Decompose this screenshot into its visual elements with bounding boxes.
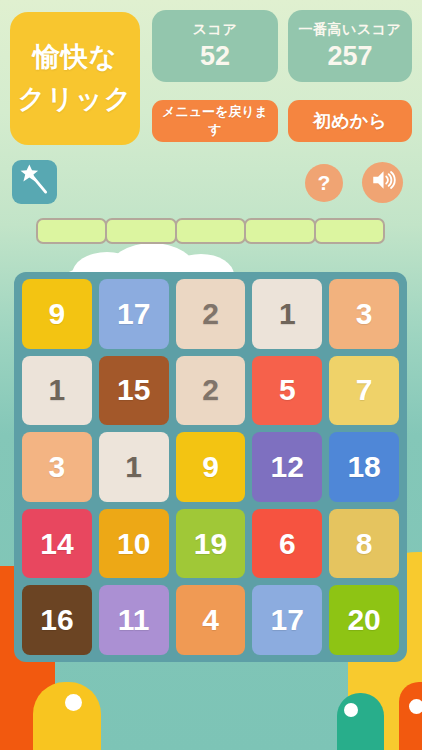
deco-dot (409, 699, 422, 714)
tile-r2c4[interactable]: 5 (252, 356, 322, 426)
app-title-line2: クリック (18, 79, 133, 121)
app-title-card: 愉快な クリック (10, 12, 140, 145)
tile-r5c4[interactable]: 17 (252, 585, 322, 655)
progress-segment-4 (244, 218, 315, 244)
tile-r1c5[interactable]: 3 (329, 279, 399, 349)
question-mark-icon: ? (318, 171, 331, 195)
tile-r5c5[interactable]: 20 (329, 585, 399, 655)
tile-r4c5[interactable]: 8 (329, 509, 399, 579)
game-screen: 愉快な クリック スコア 52 一番高いスコア 257 メニューを戻ります 初め… (0, 0, 422, 750)
app-title-line1: 愉快な (33, 37, 118, 79)
best-score-value: 257 (327, 41, 372, 72)
best-score-label: 一番高いスコア (299, 21, 402, 39)
sound-button[interactable] (362, 162, 403, 203)
help-button[interactable]: ? (305, 164, 343, 202)
deco-yellow-pillar-left (33, 682, 101, 750)
tile-r3c5[interactable]: 18 (329, 432, 399, 502)
progress-segment-2 (105, 218, 176, 244)
tile-r5c2[interactable]: 11 (99, 585, 169, 655)
tile-r5c1[interactable]: 16 (22, 585, 92, 655)
magic-wand-button[interactable] (12, 160, 57, 204)
game-board: 917213115257319121814101968161141720 (14, 272, 407, 662)
tile-r3c3[interactable]: 9 (176, 432, 246, 502)
tile-r4c4[interactable]: 6 (252, 509, 322, 579)
tile-r3c4[interactable]: 12 (252, 432, 322, 502)
tile-r2c3[interactable]: 2 (176, 356, 246, 426)
progress-segment-5 (314, 218, 385, 244)
tile-r1c2[interactable]: 17 (99, 279, 169, 349)
tile-r2c2[interactable]: 15 (99, 356, 169, 426)
score-value: 52 (200, 41, 230, 72)
tile-r4c2[interactable]: 10 (99, 509, 169, 579)
tile-r3c2[interactable]: 1 (99, 432, 169, 502)
tile-r2c5[interactable]: 7 (329, 356, 399, 426)
deco-dot (65, 694, 82, 711)
speaker-icon (370, 167, 396, 198)
tile-r1c4[interactable]: 1 (252, 279, 322, 349)
tile-r5c3[interactable]: 4 (176, 585, 246, 655)
restart-button[interactable]: 初めから (288, 100, 412, 142)
tile-r4c3[interactable]: 19 (176, 509, 246, 579)
tile-r4c1[interactable]: 14 (22, 509, 92, 579)
score-card: スコア 52 (152, 10, 278, 82)
tile-r1c1[interactable]: 9 (22, 279, 92, 349)
tile-r3c1[interactable]: 3 (22, 432, 92, 502)
deco-dot (344, 703, 358, 717)
magic-wand-icon (18, 163, 52, 201)
deco-green-pillar-right (337, 693, 384, 750)
best-score-card: 一番高いスコア 257 (288, 10, 412, 82)
tile-r2c1[interactable]: 1 (22, 356, 92, 426)
score-label: スコア (193, 21, 237, 39)
deco-orange-pillar-right (399, 682, 422, 750)
progress-bar (36, 218, 385, 244)
progress-segment-3 (175, 218, 246, 244)
menu-button[interactable]: メニューを戻ります (152, 100, 278, 142)
progress-segment-1 (36, 218, 107, 244)
tile-r1c3[interactable]: 2 (176, 279, 246, 349)
